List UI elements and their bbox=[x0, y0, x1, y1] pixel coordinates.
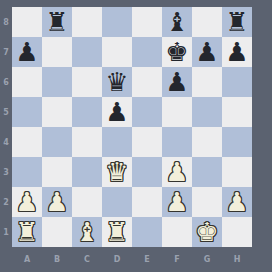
file-label-e: E bbox=[132, 247, 162, 272]
square-a7[interactable]: ♟ bbox=[12, 37, 42, 67]
square-f3[interactable]: ♟ bbox=[162, 157, 192, 187]
square-d3[interactable]: ♛ bbox=[102, 157, 132, 187]
piece-white-pawn[interactable]: ♟ bbox=[15, 187, 38, 217]
rank-label-6: 6 bbox=[0, 67, 12, 97]
file-label-h: H bbox=[222, 247, 252, 272]
square-e6[interactable] bbox=[132, 67, 162, 97]
square-c7[interactable] bbox=[72, 37, 102, 67]
square-g7[interactable]: ♟ bbox=[192, 37, 222, 67]
square-a6[interactable] bbox=[12, 67, 42, 97]
square-f6[interactable]: ♟ bbox=[162, 67, 192, 97]
square-h4[interactable] bbox=[222, 127, 252, 157]
square-a4[interactable] bbox=[12, 127, 42, 157]
piece-black-pawn[interactable]: ♟ bbox=[225, 37, 248, 67]
square-h2[interactable]: ♟ bbox=[222, 187, 252, 217]
square-b8[interactable]: ♜ bbox=[42, 7, 72, 37]
piece-white-king[interactable]: ♚ bbox=[195, 217, 218, 247]
square-d5[interactable]: ♟ bbox=[102, 97, 132, 127]
square-e1[interactable] bbox=[132, 217, 162, 247]
square-d1[interactable]: ♜ bbox=[102, 217, 132, 247]
piece-white-pawn[interactable]: ♟ bbox=[165, 187, 188, 217]
rank-label-7: 7 bbox=[0, 37, 12, 67]
square-d2[interactable] bbox=[102, 187, 132, 217]
square-e3[interactable] bbox=[132, 157, 162, 187]
file-label-a: A bbox=[12, 247, 42, 272]
square-g5[interactable] bbox=[192, 97, 222, 127]
piece-white-queen[interactable]: ♛ bbox=[105, 157, 128, 187]
piece-black-pawn[interactable]: ♟ bbox=[105, 97, 128, 127]
square-d4[interactable] bbox=[102, 127, 132, 157]
square-b5[interactable] bbox=[42, 97, 72, 127]
square-h3[interactable] bbox=[222, 157, 252, 187]
square-e4[interactable] bbox=[132, 127, 162, 157]
piece-white-bishop[interactable]: ♝ bbox=[75, 217, 98, 247]
piece-black-king[interactable]: ♚ bbox=[165, 37, 188, 67]
piece-black-rook[interactable]: ♜ bbox=[45, 7, 68, 37]
file-labels: ABCDEFGH bbox=[12, 247, 252, 272]
square-d7[interactable] bbox=[102, 37, 132, 67]
square-c3[interactable] bbox=[72, 157, 102, 187]
square-b6[interactable] bbox=[42, 67, 72, 97]
square-h8[interactable]: ♜ bbox=[222, 7, 252, 37]
square-f1[interactable] bbox=[162, 217, 192, 247]
square-b2[interactable]: ♟ bbox=[42, 187, 72, 217]
square-h6[interactable] bbox=[222, 67, 252, 97]
square-c5[interactable] bbox=[72, 97, 102, 127]
square-a3[interactable] bbox=[12, 157, 42, 187]
piece-black-queen[interactable]: ♛ bbox=[105, 67, 128, 97]
square-g3[interactable] bbox=[192, 157, 222, 187]
piece-white-pawn[interactable]: ♟ bbox=[45, 187, 68, 217]
file-label-d: D bbox=[102, 247, 132, 272]
square-e7[interactable] bbox=[132, 37, 162, 67]
square-c8[interactable] bbox=[72, 7, 102, 37]
square-f8[interactable]: ♝ bbox=[162, 7, 192, 37]
square-g6[interactable] bbox=[192, 67, 222, 97]
file-label-f: F bbox=[162, 247, 192, 272]
piece-white-rook[interactable]: ♜ bbox=[15, 217, 38, 247]
square-b4[interactable] bbox=[42, 127, 72, 157]
file-label-c: C bbox=[72, 247, 102, 272]
piece-black-bishop[interactable]: ♝ bbox=[165, 7, 188, 37]
square-h1[interactable] bbox=[222, 217, 252, 247]
piece-black-rook[interactable]: ♜ bbox=[225, 7, 248, 37]
rank-label-3: 3 bbox=[0, 157, 12, 187]
square-e2[interactable] bbox=[132, 187, 162, 217]
piece-white-rook[interactable]: ♜ bbox=[105, 217, 128, 247]
square-e8[interactable] bbox=[132, 7, 162, 37]
square-a1[interactable]: ♜ bbox=[12, 217, 42, 247]
rank-labels: 87654321 bbox=[0, 7, 12, 247]
square-d6[interactable]: ♛ bbox=[102, 67, 132, 97]
square-g2[interactable] bbox=[192, 187, 222, 217]
square-a8[interactable] bbox=[12, 7, 42, 37]
rank-label-2: 2 bbox=[0, 187, 12, 217]
square-c6[interactable] bbox=[72, 67, 102, 97]
piece-black-pawn[interactable]: ♟ bbox=[165, 67, 188, 97]
square-f4[interactable] bbox=[162, 127, 192, 157]
square-a5[interactable] bbox=[12, 97, 42, 127]
square-c4[interactable] bbox=[72, 127, 102, 157]
file-label-b: B bbox=[42, 247, 72, 272]
square-g4[interactable] bbox=[192, 127, 222, 157]
piece-white-pawn[interactable]: ♟ bbox=[165, 157, 188, 187]
square-g8[interactable] bbox=[192, 7, 222, 37]
file-label-g: G bbox=[192, 247, 222, 272]
square-c2[interactable] bbox=[72, 187, 102, 217]
square-b7[interactable] bbox=[42, 37, 72, 67]
rank-label-5: 5 bbox=[0, 97, 12, 127]
piece-black-pawn[interactable]: ♟ bbox=[15, 37, 38, 67]
rank-label-8: 8 bbox=[0, 7, 12, 37]
square-g1[interactable]: ♚ bbox=[192, 217, 222, 247]
chess-board: ♜♝♜♟♚♟♟♛♟♟♛♟♟♟♟♟♜♝♜♚ bbox=[12, 7, 252, 247]
piece-white-pawn[interactable]: ♟ bbox=[225, 187, 248, 217]
square-c1[interactable]: ♝ bbox=[72, 217, 102, 247]
square-d8[interactable] bbox=[102, 7, 132, 37]
square-a2[interactable]: ♟ bbox=[12, 187, 42, 217]
square-e5[interactable] bbox=[132, 97, 162, 127]
square-f7[interactable]: ♚ bbox=[162, 37, 192, 67]
piece-black-pawn[interactable]: ♟ bbox=[195, 37, 218, 67]
square-b1[interactable] bbox=[42, 217, 72, 247]
square-b3[interactable] bbox=[42, 157, 72, 187]
rank-label-4: 4 bbox=[0, 127, 12, 157]
rank-label-1: 1 bbox=[0, 217, 12, 247]
square-h5[interactable] bbox=[222, 97, 252, 127]
square-h7[interactable]: ♟ bbox=[222, 37, 252, 67]
square-f2[interactable]: ♟ bbox=[162, 187, 192, 217]
chess-app: 87654321 ♜♝♜♟♚♟♟♛♟♟♛♟♟♟♟♟♜♝♜♚ ABCDEFGH bbox=[0, 0, 272, 272]
square-f5[interactable] bbox=[162, 97, 192, 127]
